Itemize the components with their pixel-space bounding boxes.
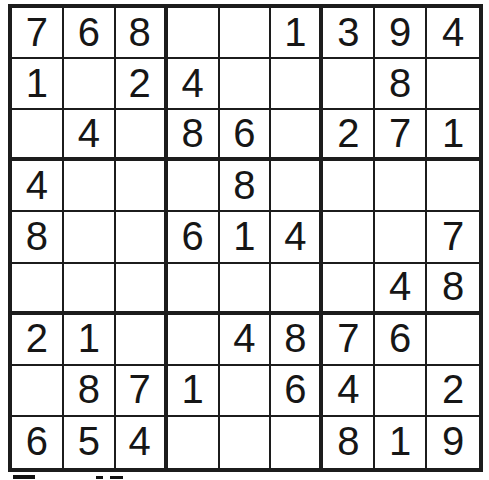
cell-r9c7: 8 xyxy=(323,417,375,468)
cropped-caption-fragment xyxy=(110,476,123,479)
cell-r2c1: 1 xyxy=(12,59,64,110)
cell-r2c8: 8 xyxy=(375,59,427,110)
cell-r5c8[interactable] xyxy=(375,212,427,263)
cell-r1c9: 4 xyxy=(427,8,479,59)
cell-r5c5: 1 xyxy=(220,212,272,263)
cell-r1c3: 8 xyxy=(116,8,168,59)
cell-r2c5[interactable] xyxy=(220,59,272,110)
cell-r9c6[interactable] xyxy=(271,417,323,468)
cell-r8c8[interactable] xyxy=(375,366,427,417)
cell-r9c3: 4 xyxy=(116,417,168,468)
cell-r4c5: 8 xyxy=(220,161,272,212)
cell-r8c7: 4 xyxy=(323,366,375,417)
cell-r4c4[interactable] xyxy=(168,161,220,212)
cell-r7c7: 7 xyxy=(323,315,375,366)
cell-r5c3[interactable] xyxy=(116,212,168,263)
cell-r3c2: 4 xyxy=(64,110,116,161)
cell-r8c3: 7 xyxy=(116,366,168,417)
cell-r7c8: 6 xyxy=(375,315,427,366)
cell-r8c9: 2 xyxy=(427,366,479,417)
cell-r2c6[interactable] xyxy=(271,59,323,110)
cell-r6c3[interactable] xyxy=(116,264,168,315)
cell-r8c5[interactable] xyxy=(220,366,272,417)
cell-r6c7[interactable] xyxy=(323,264,375,315)
cell-r1c8: 9 xyxy=(375,8,427,59)
cell-r9c4[interactable] xyxy=(168,417,220,468)
cell-r9c5[interactable] xyxy=(220,417,272,468)
cell-r6c1[interactable] xyxy=(12,264,64,315)
cell-r9c8: 1 xyxy=(375,417,427,468)
cell-r3c1[interactable] xyxy=(12,110,64,161)
cell-r6c8: 4 xyxy=(375,264,427,315)
cell-r5c7[interactable] xyxy=(323,212,375,263)
cell-r4c1: 4 xyxy=(12,161,64,212)
cell-r4c9[interactable] xyxy=(427,161,479,212)
cropped-caption-fragment xyxy=(96,476,103,479)
cell-r9c9: 9 xyxy=(427,417,479,468)
cell-r7c5: 4 xyxy=(220,315,272,366)
cell-r4c8[interactable] xyxy=(375,161,427,212)
cell-r2c2[interactable] xyxy=(64,59,116,110)
cell-r6c2[interactable] xyxy=(64,264,116,315)
cell-r1c2: 6 xyxy=(64,8,116,59)
cell-r7c2: 1 xyxy=(64,315,116,366)
cell-r7c6: 8 xyxy=(271,315,323,366)
cell-r4c6[interactable] xyxy=(271,161,323,212)
cell-r3c9: 1 xyxy=(427,110,479,161)
cell-r3c3[interactable] xyxy=(116,110,168,161)
cell-r8c4: 1 xyxy=(168,366,220,417)
cell-r9c2: 5 xyxy=(64,417,116,468)
cell-r5c2[interactable] xyxy=(64,212,116,263)
cell-r6c4[interactable] xyxy=(168,264,220,315)
sudoku-page: 7681394124848627148861474821487687164265… xyxy=(0,0,489,480)
cell-r7c1: 2 xyxy=(12,315,64,366)
cell-r3c7: 2 xyxy=(323,110,375,161)
cell-r5c1: 8 xyxy=(12,212,64,263)
cell-r4c7[interactable] xyxy=(323,161,375,212)
cropped-caption-fragment xyxy=(13,475,35,479)
cell-r5c4: 6 xyxy=(168,212,220,263)
cell-r7c3[interactable] xyxy=(116,315,168,366)
cell-r7c4[interactable] xyxy=(168,315,220,366)
cell-r1c7: 3 xyxy=(323,8,375,59)
cell-r4c2[interactable] xyxy=(64,161,116,212)
cell-r4c3[interactable] xyxy=(116,161,168,212)
cell-r6c5[interactable] xyxy=(220,264,272,315)
sudoku-board: 7681394124848627148861474821487687164265… xyxy=(8,4,483,472)
cell-r2c7[interactable] xyxy=(323,59,375,110)
cell-r8c2: 8 xyxy=(64,366,116,417)
cell-r2c4: 4 xyxy=(168,59,220,110)
cell-r8c6: 6 xyxy=(271,366,323,417)
cell-r1c5[interactable] xyxy=(220,8,272,59)
cell-r7c9[interactable] xyxy=(427,315,479,366)
cell-r6c9: 8 xyxy=(427,264,479,315)
cell-r8c1[interactable] xyxy=(12,366,64,417)
cell-r3c4: 8 xyxy=(168,110,220,161)
cell-r1c6: 1 xyxy=(271,8,323,59)
cell-r1c1: 7 xyxy=(12,8,64,59)
cell-r3c5: 6 xyxy=(220,110,272,161)
cell-r5c9: 7 xyxy=(427,212,479,263)
cell-r2c3: 2 xyxy=(116,59,168,110)
cell-r1c4[interactable] xyxy=(168,8,220,59)
cell-r2c9[interactable] xyxy=(427,59,479,110)
cell-r3c8: 7 xyxy=(375,110,427,161)
cell-r5c6: 4 xyxy=(271,212,323,263)
cell-r6c6[interactable] xyxy=(271,264,323,315)
cell-r3c6[interactable] xyxy=(271,110,323,161)
cell-r9c1: 6 xyxy=(12,417,64,468)
